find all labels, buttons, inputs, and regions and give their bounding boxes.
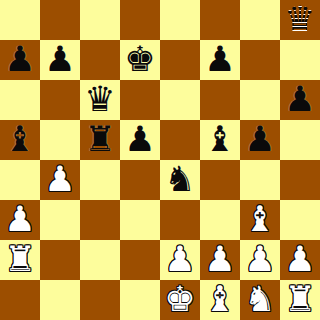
square-h4[interactable] [280,160,320,200]
square-a8[interactable] [0,0,40,40]
square-c4[interactable] [80,160,120,200]
black-pawn: ♟ [204,39,235,79]
square-a1[interactable] [0,280,40,320]
square-d8[interactable] [120,0,160,40]
white-bishop: ♝ [244,199,275,239]
black-pawn: ♟ [244,119,275,159]
black-bishop: ♝ [4,119,35,159]
square-c2[interactable] [80,240,120,280]
square-c6[interactable]: ♛ [80,80,120,120]
square-e6[interactable] [160,80,200,120]
square-d7[interactable]: ♚ [120,40,160,80]
square-f6[interactable] [200,80,240,120]
square-b2[interactable] [40,240,80,280]
square-e1[interactable]: ♚ [160,280,200,320]
square-e4[interactable]: ♞ [160,160,200,200]
black-pawn: ♟ [284,79,315,119]
square-e3[interactable] [160,200,200,240]
white-knight: ♞ [244,279,275,319]
white-pawn: ♟ [244,239,275,279]
white-bishop: ♝ [204,279,235,319]
square-c8[interactable] [80,0,120,40]
square-h3[interactable] [280,200,320,240]
chess-board: ♛♟♟♚♟♛♟♝♜♟♝♟♟♞♟♝♜♟♟♟♟♚♝♞♜ [0,0,320,320]
square-f5[interactable]: ♝ [200,120,240,160]
white-rook: ♜ [284,279,315,319]
white-pawn: ♟ [284,239,315,279]
square-c3[interactable] [80,200,120,240]
square-d5[interactable]: ♟ [120,120,160,160]
square-b1[interactable] [40,280,80,320]
square-e2[interactable]: ♟ [160,240,200,280]
square-f7[interactable]: ♟ [200,40,240,80]
black-queen: ♛ [284,0,315,39]
black-pawn: ♟ [44,39,75,79]
square-f2[interactable]: ♟ [200,240,240,280]
square-a2[interactable]: ♜ [0,240,40,280]
square-h5[interactable] [280,120,320,160]
square-h1[interactable]: ♜ [280,280,320,320]
square-g6[interactable] [240,80,280,120]
black-queen: ♛ [84,79,115,119]
square-c5[interactable]: ♜ [80,120,120,160]
square-a5[interactable]: ♝ [0,120,40,160]
white-pawn: ♟ [164,239,195,279]
black-rook: ♜ [84,119,115,159]
square-a3[interactable]: ♟ [0,200,40,240]
square-a4[interactable] [0,160,40,200]
white-king: ♚ [164,279,195,319]
square-d6[interactable] [120,80,160,120]
square-d3[interactable] [120,200,160,240]
square-g7[interactable] [240,40,280,80]
square-g4[interactable] [240,160,280,200]
square-h8[interactable]: ♛ [280,0,320,40]
square-g3[interactable]: ♝ [240,200,280,240]
square-b7[interactable]: ♟ [40,40,80,80]
black-bishop: ♝ [204,119,235,159]
square-e5[interactable] [160,120,200,160]
white-pawn: ♟ [204,239,235,279]
square-f3[interactable] [200,200,240,240]
square-c1[interactable] [80,280,120,320]
square-c7[interactable] [80,40,120,80]
white-pawn: ♟ [4,199,35,239]
square-h6[interactable]: ♟ [280,80,320,120]
square-a6[interactable] [0,80,40,120]
square-d2[interactable] [120,240,160,280]
square-b8[interactable] [40,0,80,40]
black-pawn: ♟ [124,119,155,159]
square-b6[interactable] [40,80,80,120]
white-pawn: ♟ [44,159,75,199]
square-b4[interactable]: ♟ [40,160,80,200]
black-knight: ♞ [164,159,195,199]
square-h7[interactable] [280,40,320,80]
black-king: ♚ [124,39,155,79]
square-g1[interactable]: ♞ [240,280,280,320]
square-f1[interactable]: ♝ [200,280,240,320]
square-g2[interactable]: ♟ [240,240,280,280]
square-e8[interactable] [160,0,200,40]
square-a7[interactable]: ♟ [0,40,40,80]
square-h2[interactable]: ♟ [280,240,320,280]
white-rook: ♜ [4,239,35,279]
square-f8[interactable] [200,0,240,40]
black-pawn: ♟ [4,39,35,79]
square-g8[interactable] [240,0,280,40]
square-e7[interactable] [160,40,200,80]
square-d4[interactable] [120,160,160,200]
square-d1[interactable] [120,280,160,320]
square-f4[interactable] [200,160,240,200]
square-b3[interactable] [40,200,80,240]
square-g5[interactable]: ♟ [240,120,280,160]
square-b5[interactable] [40,120,80,160]
